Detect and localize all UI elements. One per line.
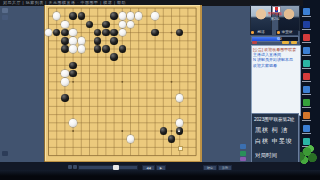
- black-stone: [61, 45, 69, 53]
- desktop-shortcut-label: [302, 68, 311, 69]
- black-stone: [110, 37, 118, 45]
- desktop-shortcut-icon[interactable]: [303, 47, 310, 54]
- black-stone: [78, 12, 86, 20]
- round-tag: 第2轮: [266, 17, 284, 21]
- white-row: 白棋 申旻埈: [255, 137, 298, 146]
- black-name: 柯 洁: [272, 127, 289, 133]
- coin-icon: [251, 31, 254, 34]
- rewind-icon[interactable]: [68, 165, 72, 169]
- winrate-value: 60: [277, 36, 281, 41]
- time-label: 对局时间: [255, 152, 298, 159]
- black-stone: [61, 94, 69, 102]
- desktop-shortcut-label: [302, 42, 311, 43]
- white-name: 申旻埈: [272, 138, 293, 144]
- sidebar-tool-icon[interactable]: [2, 15, 8, 20]
- event-tag: 围甲联赛: [266, 12, 284, 16]
- white-player-name: 申旻埈: [282, 30, 293, 34]
- desktop-shortcut-label: [302, 94, 311, 95]
- white-stone: [78, 37, 86, 45]
- black-stone: [69, 62, 77, 70]
- white-stone: [176, 119, 184, 127]
- black-stone: [102, 29, 110, 37]
- black-stone: [110, 53, 118, 61]
- desktop-shortcut-label: [302, 120, 311, 121]
- black-stone: [110, 12, 118, 20]
- desktop-background: 对局大厅 | 玩家列表 | 天元围棋直播 · 中国围甲 | 棋谱 | 帮助 围甲…: [0, 0, 320, 180]
- white-stone: [119, 12, 127, 20]
- black-stone: [61, 29, 69, 37]
- white-stone: [61, 70, 69, 78]
- nameplate-black: 柯洁: [250, 30, 272, 35]
- desktop-shortcut-icon[interactable]: [303, 8, 310, 15]
- white-stone: [78, 45, 86, 53]
- desktop-shortcut-label: [302, 16, 311, 17]
- black-row: 黑棋 柯 洁: [255, 126, 298, 135]
- desktop-shortcut-icon[interactable]: [303, 60, 310, 67]
- last-move-marker: [178, 129, 180, 132]
- desktop-shortcut-label: [302, 55, 311, 56]
- taskbar: 围棋对弈平台 21:46: [0, 170, 320, 180]
- go-board[interactable]: [44, 5, 202, 163]
- sidebar-tool-icon[interactable]: [2, 8, 8, 13]
- mini-icon[interactable]: [240, 144, 246, 149]
- mini-icon[interactable]: [240, 157, 246, 161]
- desktop-shortcut-icon[interactable]: [303, 86, 310, 93]
- desktop-shortcut-label: [302, 133, 311, 134]
- white-stone: [69, 119, 77, 127]
- winrate-fill-black: [252, 37, 280, 41]
- black-stone: [119, 45, 127, 53]
- chat-panel[interactable]: [公告] 欢迎收看围甲联赛主播进入直播间N 讲解员开始讲解本局欢迎大家观看: [251, 45, 301, 116]
- desktop-shortcut-label: [302, 81, 311, 82]
- black-player-name: 柯洁: [258, 30, 265, 34]
- white-stone: [61, 78, 69, 86]
- black-stone: [102, 45, 110, 53]
- white-stone: [69, 37, 77, 45]
- desktop-shortcut-label: [302, 107, 311, 108]
- black-stone: [102, 21, 110, 29]
- black-label: 黑棋: [255, 127, 269, 133]
- game-info-panel: 2023围甲联赛第2轮 黑棋 柯 洁 白棋 申旻埈 对局时间 2023.8.19…: [251, 113, 299, 165]
- desktop-shortcut-label: [302, 29, 311, 30]
- event-title: 2023围甲联赛第2轮: [254, 117, 298, 122]
- desktop-shortcut-icon[interactable]: [303, 125, 310, 132]
- go-client-window: 对局大厅 | 玩家列表 | 天元围棋直播 · 中国围甲 | 棋谱 | 帮助 围甲…: [0, 0, 300, 170]
- black-stone: [160, 127, 168, 135]
- white-label: 白棋: [255, 138, 269, 144]
- coin-icon: [277, 31, 280, 34]
- black-stone: [94, 37, 102, 45]
- chat-line: 欢迎大家观看: [253, 63, 299, 68]
- black-stone: [61, 37, 69, 45]
- white-stone: [151, 12, 159, 20]
- white-stone: [61, 21, 69, 29]
- desktop-shortcut-icon[interactable]: [303, 112, 310, 119]
- back-icon[interactable]: [73, 165, 77, 169]
- mini-icon[interactable]: [240, 151, 246, 156]
- desktop-shortcut-icon[interactable]: [303, 99, 310, 106]
- sidebar-tool-icon[interactable]: [2, 151, 8, 156]
- desktop-shortcut-icon[interactable]: [303, 73, 310, 80]
- ghost-move-marker: [178, 146, 183, 151]
- black-stone: [69, 12, 77, 20]
- chat-line: N 讲解员开始讲解本局: [253, 57, 299, 62]
- desktop-shortcut-icon[interactable]: [303, 34, 310, 41]
- desktop-shortcut-icon[interactable]: [303, 21, 310, 28]
- white-stone: [69, 45, 77, 53]
- nameplate-white: 申旻埈: [276, 30, 298, 35]
